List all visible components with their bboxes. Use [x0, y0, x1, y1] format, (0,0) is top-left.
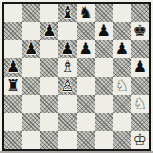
square-d4[interactable]: ♙: [58, 77, 76, 95]
square-h3[interactable]: ♘: [131, 95, 149, 113]
black-pawn-d6: ♟: [60, 41, 74, 57]
square-d8[interactable]: ♝: [58, 4, 76, 22]
square-a6[interactable]: [4, 40, 22, 58]
square-b6[interactable]: ♟: [22, 40, 40, 58]
white-knight-h3: ♘: [133, 95, 147, 111]
square-d3[interactable]: [58, 95, 76, 113]
square-c1[interactable]: [40, 131, 58, 149]
white-knight-g4: ♘: [115, 77, 129, 93]
square-c7[interactable]: ♟: [40, 22, 58, 40]
square-b5[interactable]: [22, 58, 40, 76]
square-a7[interactable]: [4, 22, 22, 40]
square-h1[interactable]: ♔: [131, 131, 149, 149]
square-d1[interactable]: [58, 131, 76, 149]
square-f4[interactable]: [95, 77, 113, 95]
square-a8[interactable]: [4, 4, 22, 22]
square-a4[interactable]: ♜: [4, 77, 22, 95]
black-pawn-g6: ♟: [115, 41, 129, 57]
square-d6[interactable]: ♟: [58, 40, 76, 58]
square-a1[interactable]: [4, 131, 22, 149]
square-g8[interactable]: [113, 4, 131, 22]
square-c8[interactable]: [40, 4, 58, 22]
black-pawn-a5: ♟: [6, 59, 20, 75]
black-pawn-h5: ♟: [133, 59, 147, 75]
square-a3[interactable]: [4, 95, 22, 113]
square-c6[interactable]: [40, 40, 58, 58]
square-b2[interactable]: [22, 113, 40, 131]
square-g2[interactable]: [113, 113, 131, 131]
square-e8[interactable]: ♞: [77, 4, 95, 22]
square-d5[interactable]: ♗: [58, 58, 76, 76]
square-e5[interactable]: [77, 58, 95, 76]
square-e6[interactable]: ♟: [77, 40, 95, 58]
square-f6[interactable]: [95, 40, 113, 58]
white-bishop-d5: ♗: [60, 59, 74, 75]
square-h7[interactable]: ♚: [131, 22, 149, 40]
square-e2[interactable]: [77, 113, 95, 131]
square-d7[interactable]: [58, 22, 76, 40]
square-a2[interactable]: [4, 113, 22, 131]
square-h8[interactable]: [131, 4, 149, 22]
square-b4[interactable]: [22, 77, 40, 95]
square-e4[interactable]: [77, 77, 95, 95]
square-e1[interactable]: [77, 131, 95, 149]
square-g1[interactable]: [113, 131, 131, 149]
square-h6[interactable]: [131, 40, 149, 58]
square-e7[interactable]: [77, 22, 95, 40]
square-b3[interactable]: [22, 95, 40, 113]
square-g4[interactable]: ♘: [113, 77, 131, 95]
black-pawn-b6: ♟: [24, 41, 38, 57]
black-pawn-c7: ♟: [42, 23, 56, 39]
square-g3[interactable]: [113, 95, 131, 113]
black-knight-e8: ♞: [78, 5, 92, 21]
black-pawn-f7: ♟: [97, 23, 111, 39]
square-b1[interactable]: [22, 131, 40, 149]
white-king-h1: ♔: [133, 131, 147, 147]
square-c3[interactable]: [40, 95, 58, 113]
square-g7[interactable]: [113, 22, 131, 40]
black-pawn-e6: ♟: [78, 41, 92, 57]
square-c2[interactable]: [40, 113, 58, 131]
chess-board: ♝♞♟♟♚♟♟♟♟♟♗♟♜♙♘♘♔: [2, 2, 151, 151]
square-a5[interactable]: ♟: [4, 58, 22, 76]
square-f8[interactable]: [95, 4, 113, 22]
square-c5[interactable]: [40, 58, 58, 76]
square-f5[interactable]: [95, 58, 113, 76]
square-e3[interactable]: [77, 95, 95, 113]
black-rook-a4: ♜: [6, 77, 20, 93]
square-d2[interactable]: [58, 113, 76, 131]
square-h2[interactable]: [131, 113, 149, 131]
square-g5[interactable]: [113, 58, 131, 76]
square-h5[interactable]: ♟: [131, 58, 149, 76]
square-f7[interactable]: ♟: [95, 22, 113, 40]
square-f1[interactable]: [95, 131, 113, 149]
square-f3[interactable]: [95, 95, 113, 113]
square-g6[interactable]: ♟: [113, 40, 131, 58]
black-bishop-d8: ♝: [60, 5, 74, 21]
square-b8[interactable]: [22, 4, 40, 22]
black-king-h7: ♚: [133, 23, 147, 39]
square-f2[interactable]: [95, 113, 113, 131]
square-b7[interactable]: [22, 22, 40, 40]
square-c4[interactable]: [40, 77, 58, 95]
square-h4[interactable]: [131, 77, 149, 95]
white-pawn-d4: ♙: [60, 77, 74, 93]
